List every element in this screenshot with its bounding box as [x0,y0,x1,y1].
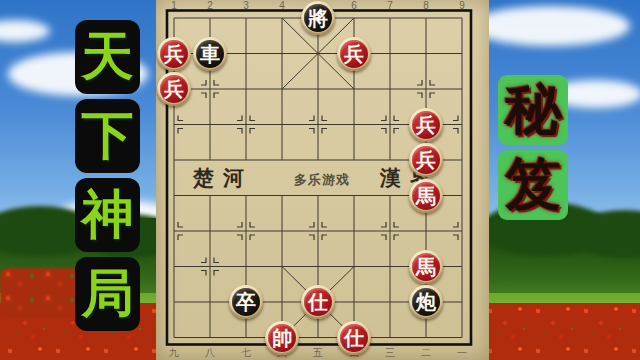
piece-glyph: 車 [196,40,224,68]
piece-red-soldier[interactable]: 兵 [409,143,443,177]
piece-glyph: 卒 [232,288,260,316]
xiangqi-board[interactable]: 楚河 漢界 多乐游戏 123456789 九八七六五四三二一 將兵車兵兵兵兵馬馬… [156,0,489,360]
piece-black-chariot[interactable]: 車 [193,37,227,71]
coord-bottom-1: 九 [164,346,184,360]
coord-bottom-3: 七 [236,346,256,360]
cloud [470,6,630,46]
coord-top-4: 4 [272,0,292,11]
piece-black-soldier[interactable]: 卒 [229,285,263,319]
river-label-chu-he: 楚河 [193,164,253,192]
piece-glyph: 仕 [340,324,368,352]
piece-glyph: 兵 [412,111,440,139]
screenshot-root: 天 下 神 局 秘 笈 楚河 漢界 多乐游戏 123456789 九八七六五四三… [0,0,640,360]
piece-red-horse[interactable]: 馬 [409,250,443,284]
piece-glyph: 兵 [340,40,368,68]
coord-bottom-8: 二 [416,346,436,360]
piece-red-soldier[interactable]: 兵 [409,108,443,142]
watermark-text: 多乐游戏 [294,171,350,189]
piece-red-general[interactable]: 帥 [265,321,299,355]
banner-char: 局 [82,259,134,329]
piece-black-cannon[interactable]: 炮 [409,285,443,319]
piece-red-advisor[interactable]: 仕 [301,285,335,319]
coord-bottom-2: 八 [200,346,220,360]
piece-glyph: 馬 [412,253,440,281]
coord-bottom-5: 五 [308,346,328,360]
banner-char: 天 [82,22,134,92]
piece-black-general[interactable]: 將 [301,1,335,35]
banner-char: 秘 [505,72,561,148]
coord-bottom-7: 三 [380,346,400,360]
piece-glyph: 帥 [268,324,296,352]
piece-red-soldier[interactable]: 兵 [157,37,191,71]
coord-top-8: 8 [416,0,436,11]
piece-glyph: 兵 [412,146,440,174]
banner-char: 神 [82,180,134,250]
coord-bottom-9: 一 [452,346,472,360]
banner-tile-shen: 神 [75,178,140,252]
coord-top-1: 1 [164,0,184,11]
flower-patch [0,268,78,318]
piece-glyph: 將 [304,4,332,32]
banner-char: 笈 [505,147,561,223]
banner-tile-tian: 天 [75,20,140,94]
coord-top-2: 2 [200,0,220,11]
piece-glyph: 兵 [160,40,188,68]
coord-top-6: 6 [344,0,364,11]
banner-tile-mi: 秘 [498,75,568,145]
coord-top-9: 9 [452,0,472,11]
piece-glyph: 兵 [160,75,188,103]
piece-glyph: 仕 [304,288,332,316]
banner-tile-ji: 笈 [498,150,568,220]
coord-top-7: 7 [380,0,400,11]
piece-red-advisor[interactable]: 仕 [337,321,371,355]
banner-tile-xia: 下 [75,99,140,173]
piece-red-soldier[interactable]: 兵 [337,37,371,71]
coord-top-3: 3 [236,0,256,11]
piece-red-soldier[interactable]: 兵 [157,72,191,106]
piece-glyph: 炮 [412,288,440,316]
piece-glyph: 馬 [412,182,440,210]
piece-red-horse[interactable]: 馬 [409,179,443,213]
banner-tile-ju: 局 [75,257,140,331]
banner-char: 下 [82,101,134,171]
